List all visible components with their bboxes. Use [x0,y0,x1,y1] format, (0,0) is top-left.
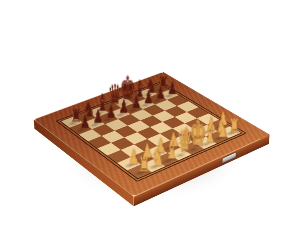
scene: ♜♞♝♛♚♝♞♜♟♟♟♟♟♟♟♟♟♟♟♟♟♟♟♟♜♞♝♛♚♝♞♜ [0,0,300,250]
brand-plaque [222,153,235,163]
chess-board: ♜♞♝♛♚♝♞♜♟♟♟♟♟♟♟♟♟♟♟♟♟♟♟♟♜♞♝♛♚♝♞♜ [34,72,270,196]
white-rook: ♜ [135,155,152,175]
product-photo-stage: ♜♞♝♛♚♝♞♜♟♟♟♟♟♟♟♟♟♟♟♟♟♟♟♟♜♞♝♛♚♝♞♜ [0,0,300,250]
board-frame: ♜♞♝♛♚♝♞♜♟♟♟♟♟♟♟♟♟♟♟♟♟♟♟♟♜♞♝♛♚♝♞♜ [34,72,270,196]
black-pawn: ♟ [77,113,93,131]
